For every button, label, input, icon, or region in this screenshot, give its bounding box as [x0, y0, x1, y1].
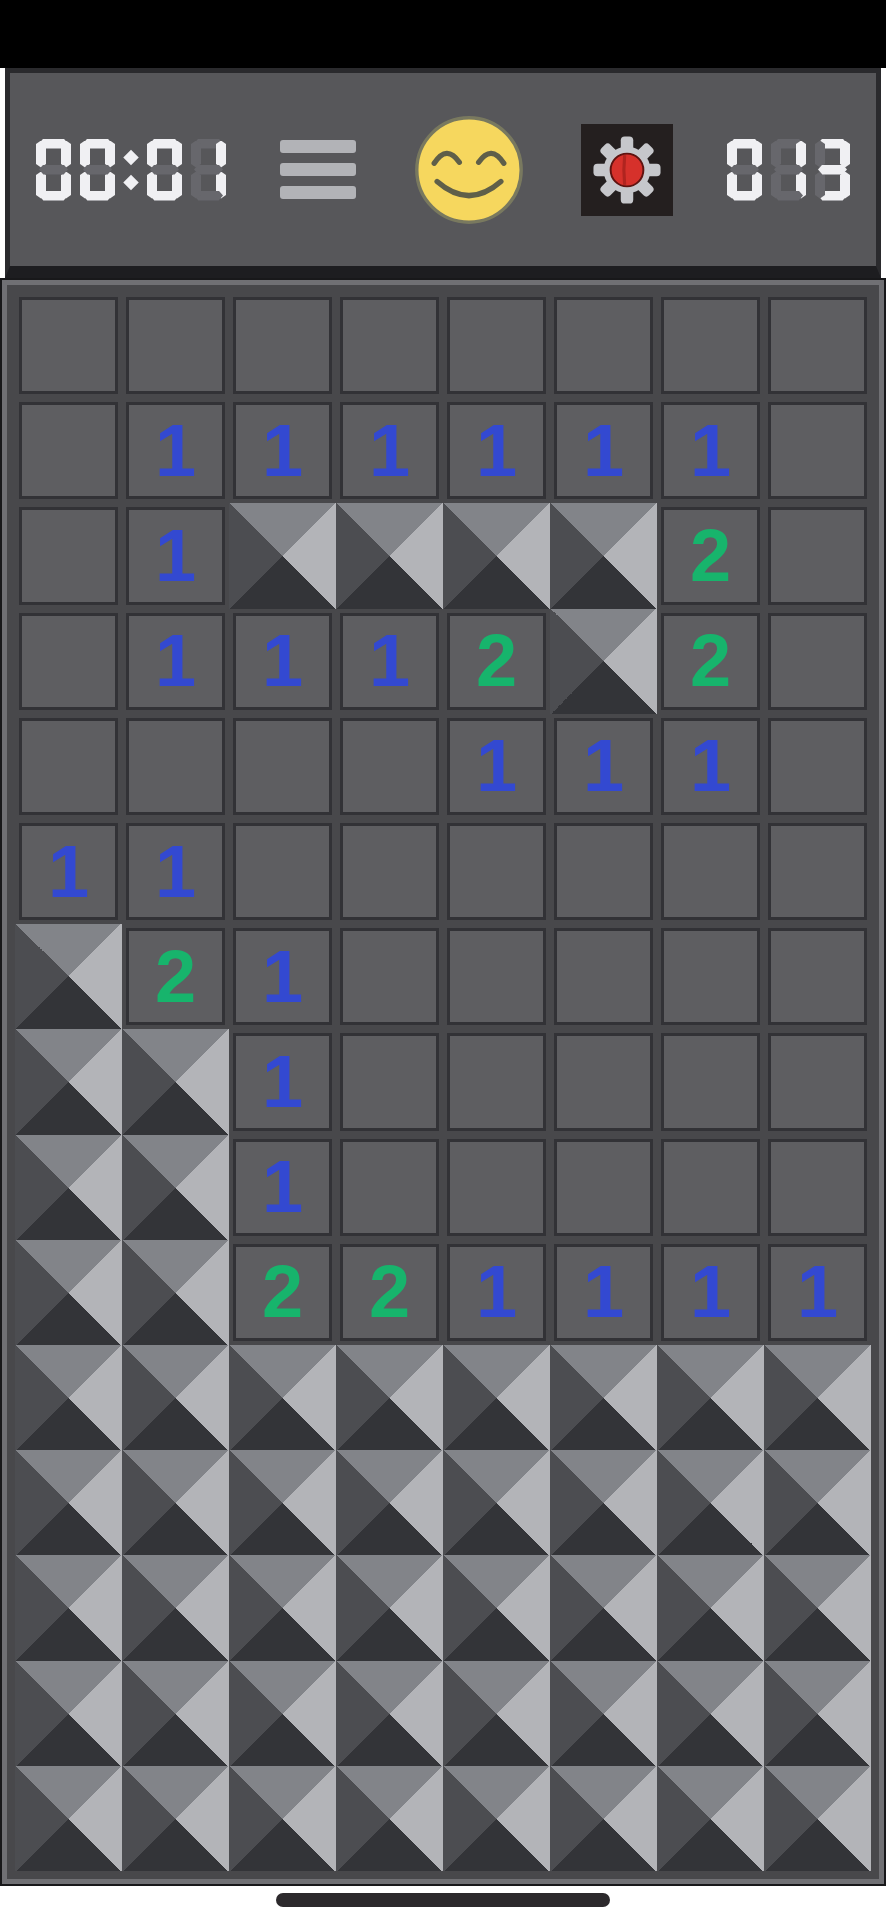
cell-r6c5[interactable] [443, 819, 550, 924]
cell-r13c5[interactable] [443, 1555, 550, 1660]
cell-r15c4[interactable] [336, 1766, 443, 1871]
cell-r11c5[interactable] [443, 1345, 550, 1450]
cell-r8c3[interactable]: 1 [229, 1029, 336, 1134]
cell-r3c1[interactable] [15, 503, 122, 608]
revealed-number: 1 [447, 718, 546, 815]
cell-r2c3[interactable]: 1 [229, 398, 336, 503]
cell-r7c4[interactable] [336, 924, 443, 1029]
revealed-empty [768, 1139, 867, 1236]
cell-r7c1[interactable] [15, 924, 122, 1029]
revealed-empty [768, 718, 867, 815]
cell-r8c4[interactable] [336, 1029, 443, 1134]
cell-r3c5[interactable] [443, 503, 550, 608]
revealed-empty [19, 507, 118, 604]
cell-r1c8[interactable] [764, 293, 871, 398]
cell-r5c1[interactable] [15, 714, 122, 819]
revealed-empty [661, 1139, 760, 1236]
cell-r12c4[interactable] [336, 1450, 443, 1555]
menu-button[interactable] [280, 140, 356, 199]
revealed-empty [447, 823, 546, 920]
timer-display [36, 139, 226, 201]
cell-r9c2[interactable] [122, 1135, 229, 1240]
cell-r3c4[interactable] [336, 503, 443, 608]
revealed-number: 1 [554, 1244, 653, 1341]
cell-r6c8[interactable] [764, 819, 871, 924]
hamburger-icon [280, 140, 356, 153]
cell-r10c6[interactable]: 1 [550, 1240, 657, 1345]
revealed-empty [340, 297, 439, 394]
revealed-number: 1 [126, 613, 225, 710]
revealed-empty [233, 823, 332, 920]
cell-r10c3[interactable]: 2 [229, 1240, 336, 1345]
smiley-restart-button[interactable] [411, 112, 527, 228]
revealed-number: 1 [661, 402, 760, 499]
cell-r12c6[interactable] [550, 1450, 657, 1555]
minesweeper-board: 1111111211122111112111221111 [0, 278, 886, 1886]
cell-r1c4[interactable] [336, 293, 443, 398]
segment-digit [727, 139, 762, 201]
revealed-number: 1 [126, 402, 225, 499]
revealed-empty [447, 1139, 546, 1236]
cell-r12c7[interactable] [657, 1450, 764, 1555]
smiley-face-icon [411, 112, 527, 228]
revealed-empty [768, 507, 867, 604]
segment-colon [124, 139, 138, 201]
segment-digit [147, 139, 182, 201]
segment-digit [771, 139, 806, 201]
cell-r2c1[interactable] [15, 398, 122, 503]
revealed-number: 1 [447, 1244, 546, 1341]
revealed-number: 1 [233, 1139, 332, 1236]
revealed-empty [126, 718, 225, 815]
cell-r9c4[interactable] [336, 1135, 443, 1240]
revealed-empty [554, 1139, 653, 1236]
segment-digit [815, 139, 850, 201]
cell-r1c1[interactable] [15, 293, 122, 398]
cell-r8c1[interactable] [15, 1029, 122, 1134]
cell-r6c6[interactable] [550, 819, 657, 924]
cell-r14c2[interactable] [122, 1661, 229, 1766]
cell-r9c7[interactable] [657, 1135, 764, 1240]
cell-r15c2[interactable] [122, 1766, 229, 1871]
cell-r13c4[interactable] [336, 1555, 443, 1660]
cell-r3c6[interactable] [550, 503, 657, 608]
segment-digit [191, 139, 226, 201]
cell-r15c8[interactable] [764, 1766, 871, 1871]
revealed-number: 1 [19, 823, 118, 920]
cell-r11c3[interactable] [229, 1345, 336, 1450]
revealed-empty [768, 928, 867, 1025]
revealed-number: 1 [126, 823, 225, 920]
cell-r7c5[interactable] [443, 924, 550, 1029]
revealed-empty [447, 297, 546, 394]
cell-r4c7[interactable]: 2 [657, 609, 764, 714]
revealed-empty [19, 402, 118, 499]
cell-r13c7[interactable] [657, 1555, 764, 1660]
revealed-number: 2 [126, 928, 225, 1025]
revealed-number: 1 [447, 402, 546, 499]
cell-r1c3[interactable] [229, 293, 336, 398]
cell-r7c6[interactable] [550, 924, 657, 1029]
cell-r5c2[interactable] [122, 714, 229, 819]
cell-r1c6[interactable] [550, 293, 657, 398]
revealed-empty [554, 297, 653, 394]
cell-r12c1[interactable] [15, 1450, 122, 1555]
cell-r11c1[interactable] [15, 1345, 122, 1450]
gear-red-center [610, 153, 643, 186]
cell-r10c4[interactable]: 2 [336, 1240, 443, 1345]
cell-r15c3[interactable] [229, 1766, 336, 1871]
revealed-empty [554, 928, 653, 1025]
cell-r14c8[interactable] [764, 1661, 871, 1766]
revealed-empty [126, 297, 225, 394]
cell-r9c1[interactable] [15, 1135, 122, 1240]
revealed-empty [340, 928, 439, 1025]
cell-r5c6[interactable]: 1 [550, 714, 657, 819]
cell-r14c6[interactable] [550, 1661, 657, 1766]
revealed-number: 2 [661, 507, 760, 604]
cell-r10c5[interactable]: 1 [443, 1240, 550, 1345]
game-header [5, 68, 881, 278]
cell-r9c3[interactable]: 1 [229, 1135, 336, 1240]
cell-r13c8[interactable] [764, 1555, 871, 1660]
cell-r2c2[interactable]: 1 [122, 398, 229, 503]
cell-r11c7[interactable] [657, 1345, 764, 1450]
revealed-number: 2 [233, 1244, 332, 1341]
revealed-empty [19, 297, 118, 394]
revealed-empty [447, 928, 546, 1025]
cell-r15c5[interactable] [443, 1766, 550, 1871]
revealed-empty [768, 613, 867, 710]
revealed-empty [768, 297, 867, 394]
revealed-empty [661, 823, 760, 920]
revealed-empty [340, 1139, 439, 1236]
cell-r9c8[interactable] [764, 1135, 871, 1240]
cell-r15c1[interactable] [15, 1766, 122, 1871]
cell-r3c8[interactable] [764, 503, 871, 608]
cell-r1c7[interactable] [657, 293, 764, 398]
cell-r14c4[interactable] [336, 1661, 443, 1766]
revealed-number: 1 [233, 928, 332, 1025]
revealed-number: 1 [126, 507, 225, 604]
cell-r10c7[interactable]: 1 [657, 1240, 764, 1345]
revealed-empty [340, 718, 439, 815]
cell-r8c8[interactable] [764, 1029, 871, 1134]
cell-r7c7[interactable] [657, 924, 764, 1029]
revealed-number: 2 [447, 613, 546, 710]
revealed-empty [19, 718, 118, 815]
revealed-empty [661, 297, 760, 394]
cell-r10c2[interactable] [122, 1240, 229, 1345]
settings-button[interactable] [581, 124, 673, 216]
cell-r10c1[interactable] [15, 1240, 122, 1345]
cell-r14c5[interactable] [443, 1661, 550, 1766]
cell-r11c8[interactable] [764, 1345, 871, 1450]
cell-r6c1[interactable]: 1 [15, 819, 122, 924]
revealed-number: 1 [233, 1033, 332, 1130]
cell-r2c5[interactable]: 1 [443, 398, 550, 503]
cell-r13c3[interactable] [229, 1555, 336, 1660]
cell-r1c2[interactable] [122, 293, 229, 398]
cell-r8c2[interactable] [122, 1029, 229, 1134]
cell-r12c5[interactable] [443, 1450, 550, 1555]
revealed-empty [768, 402, 867, 499]
cell-r5c7[interactable]: 1 [657, 714, 764, 819]
board-grid: 1111111211122111112111221111 [15, 293, 871, 1871]
cell-r2c6[interactable]: 1 [550, 398, 657, 503]
cell-r15c6[interactable] [550, 1766, 657, 1871]
cell-r3c3[interactable] [229, 503, 336, 608]
cell-r6c4[interactable] [336, 819, 443, 924]
cell-r6c3[interactable] [229, 819, 336, 924]
cell-r4c2[interactable]: 1 [122, 609, 229, 714]
cell-r15c7[interactable] [657, 1766, 764, 1871]
cell-r10c8[interactable]: 1 [764, 1240, 871, 1345]
cell-r6c7[interactable] [657, 819, 764, 924]
revealed-number: 1 [233, 402, 332, 499]
revealed-empty [233, 297, 332, 394]
revealed-number: 1 [661, 1244, 760, 1341]
cell-r14c1[interactable] [15, 1661, 122, 1766]
cell-r8c5[interactable] [443, 1029, 550, 1134]
cell-r9c5[interactable] [443, 1135, 550, 1240]
cell-r11c6[interactable] [550, 1345, 657, 1450]
cell-r5c4[interactable] [336, 714, 443, 819]
cell-r4c8[interactable] [764, 609, 871, 714]
home-indicator [276, 1893, 610, 1907]
revealed-empty [661, 1033, 760, 1130]
cell-r13c1[interactable] [15, 1555, 122, 1660]
revealed-number: 2 [340, 1244, 439, 1341]
revealed-number: 1 [554, 718, 653, 815]
revealed-number: 1 [233, 613, 332, 710]
cell-r12c8[interactable] [764, 1450, 871, 1555]
cell-r5c5[interactable]: 1 [443, 714, 550, 819]
cell-r7c3[interactable]: 1 [229, 924, 336, 1029]
revealed-empty [661, 928, 760, 1025]
status-bar [0, 0, 886, 68]
cell-r12c3[interactable] [229, 1450, 336, 1555]
cell-r2c8[interactable] [764, 398, 871, 503]
revealed-empty [340, 1033, 439, 1130]
cell-r8c6[interactable] [550, 1029, 657, 1134]
cell-r2c4[interactable]: 1 [336, 398, 443, 503]
cell-r12c2[interactable] [122, 1450, 229, 1555]
revealed-number: 1 [661, 718, 760, 815]
cell-r4c1[interactable] [15, 609, 122, 714]
cell-r6c2[interactable]: 1 [122, 819, 229, 924]
cell-r2c7[interactable]: 1 [657, 398, 764, 503]
revealed-empty [447, 1033, 546, 1130]
cell-r14c3[interactable] [229, 1661, 336, 1766]
cell-r13c6[interactable] [550, 1555, 657, 1660]
phone-screen: 1111111211122111112111221111 [0, 0, 886, 1920]
revealed-number: 2 [661, 613, 760, 710]
cell-r5c8[interactable] [764, 714, 871, 819]
cell-r13c2[interactable] [122, 1555, 229, 1660]
gear-icon [588, 131, 666, 209]
cell-r11c4[interactable] [336, 1345, 443, 1450]
segment-digit [80, 139, 115, 201]
revealed-number: 1 [340, 613, 439, 710]
revealed-empty [554, 823, 653, 920]
revealed-empty [340, 823, 439, 920]
cell-r5c3[interactable] [229, 714, 336, 819]
cell-r3c7[interactable]: 2 [657, 503, 764, 608]
bottom-bar [0, 1886, 886, 1920]
revealed-empty [233, 718, 332, 815]
cell-r7c2[interactable]: 2 [122, 924, 229, 1029]
cell-r4c5[interactable]: 2 [443, 609, 550, 714]
cell-r4c3[interactable]: 1 [229, 609, 336, 714]
revealed-number: 1 [340, 402, 439, 499]
revealed-number: 1 [554, 402, 653, 499]
cell-r3c2[interactable]: 1 [122, 503, 229, 608]
revealed-empty [554, 1033, 653, 1130]
cell-r4c6[interactable] [550, 609, 657, 714]
revealed-empty [19, 613, 118, 710]
cell-r4c4[interactable]: 1 [336, 609, 443, 714]
revealed-empty [768, 1033, 867, 1130]
revealed-number: 1 [768, 1244, 867, 1341]
cell-r8c7[interactable] [657, 1029, 764, 1134]
cell-r9c6[interactable] [550, 1135, 657, 1240]
cell-r14c7[interactable] [657, 1661, 764, 1766]
cell-r1c5[interactable] [443, 293, 550, 398]
revealed-empty [768, 823, 867, 920]
segment-digit [36, 139, 71, 201]
mine-counter-display [727, 139, 850, 201]
cell-r7c8[interactable] [764, 924, 871, 1029]
cell-r11c2[interactable] [122, 1345, 229, 1450]
